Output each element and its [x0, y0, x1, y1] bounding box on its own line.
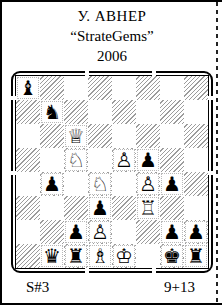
square-e8[interactable]	[112, 76, 136, 100]
piece-black-rook[interactable]: ♜	[187, 245, 205, 267]
square-a4[interactable]	[16, 172, 40, 196]
piece-black-pawn[interactable]: ♟	[187, 221, 205, 243]
page-cut-dashed-line	[216, 2, 218, 303]
piece-black-pawn[interactable]: ♟	[139, 149, 157, 171]
square-h3[interactable]	[184, 196, 208, 220]
problem-clipping: У. АВНЕР “StrateGems” 2006 ♝♞♕♘♙♟♟♘♙♟♟♖♟…	[0, 0, 222, 305]
square-c5[interactable]: ♘	[64, 148, 88, 172]
square-e1[interactable]: ♔	[112, 244, 136, 268]
square-h5[interactable]	[184, 148, 208, 172]
square-b4[interactable]: ♟	[40, 172, 64, 196]
square-b3[interactable]	[40, 196, 64, 220]
square-g3[interactable]	[160, 196, 184, 220]
piece-black-king[interactable]: ♚	[163, 245, 181, 267]
square-g2[interactable]: ♟	[160, 220, 184, 244]
square-b6[interactable]	[40, 124, 64, 148]
frame-notch	[208, 171, 213, 175]
stipulation: S#3	[26, 279, 49, 296]
square-h2[interactable]: ♟	[184, 220, 208, 244]
square-e3[interactable]	[112, 196, 136, 220]
square-e5[interactable]: ♙	[112, 148, 136, 172]
piece-white-pawn[interactable]: ♙	[91, 221, 109, 243]
piece-white-pawn[interactable]: ♙	[115, 149, 133, 171]
piece-black-pawn[interactable]: ♟	[67, 221, 85, 243]
square-c8[interactable]	[64, 76, 88, 100]
chess-board: ♝♞♕♘♙♟♟♘♙♟♟♖♟♙♟♟♛♜♗♔♚♜	[15, 75, 209, 269]
square-e7[interactable]	[112, 100, 136, 124]
square-b8[interactable]	[40, 76, 64, 100]
piece-black-pawn[interactable]: ♟	[163, 221, 181, 243]
chess-board-frame: ♝♞♕♘♙♟♟♘♙♟♟♖♟♙♟♟♛♜♗♔♚♜	[11, 71, 213, 273]
square-h6[interactable]	[184, 124, 208, 148]
piece-white-pawn[interactable]: ♙	[139, 173, 157, 195]
source-publication: “StrateGems”	[2, 26, 222, 46]
piece-white-king[interactable]: ♔	[115, 245, 133, 267]
square-g1[interactable]: ♚	[160, 244, 184, 268]
frame-notch	[152, 268, 156, 273]
square-d3[interactable]: ♟	[88, 196, 112, 220]
square-g6[interactable]	[160, 124, 184, 148]
square-b7[interactable]: ♞	[40, 100, 64, 124]
square-f7[interactable]	[136, 100, 160, 124]
piece-black-queen[interactable]: ♛	[43, 245, 61, 267]
piece-white-rook[interactable]: ♖	[139, 197, 157, 219]
piece-black-pawn[interactable]: ♟	[43, 173, 61, 195]
square-c4[interactable]	[64, 172, 88, 196]
square-c7[interactable]	[64, 100, 88, 124]
frame-notch	[11, 96, 16, 100]
square-e4[interactable]	[112, 172, 136, 196]
square-d5[interactable]	[88, 148, 112, 172]
square-h4[interactable]	[184, 172, 208, 196]
piece-black-knight[interactable]: ♞	[43, 101, 61, 123]
publication-year: 2006	[2, 46, 222, 66]
square-h7[interactable]	[184, 100, 208, 124]
square-e2[interactable]	[112, 220, 136, 244]
piece-black-bishop[interactable]: ♝	[19, 77, 37, 99]
square-g5[interactable]	[160, 148, 184, 172]
square-g4[interactable]: ♟	[160, 172, 184, 196]
square-a7[interactable]	[16, 100, 40, 124]
diagram-header: У. АВНЕР “StrateGems” 2006	[2, 2, 222, 66]
square-b1[interactable]: ♛	[40, 244, 64, 268]
square-c1[interactable]: ♜	[64, 244, 88, 268]
frame-notch	[85, 71, 89, 76]
piece-white-bishop[interactable]: ♗	[91, 245, 109, 267]
square-d7[interactable]	[88, 100, 112, 124]
square-f8[interactable]	[136, 76, 160, 100]
square-h8[interactable]	[184, 76, 208, 100]
piece-white-knight[interactable]: ♘	[91, 173, 109, 195]
square-c6[interactable]: ♕	[64, 124, 88, 148]
piece-black-rook[interactable]: ♜	[67, 245, 85, 267]
square-b5[interactable]	[40, 148, 64, 172]
square-h1[interactable]: ♜	[184, 244, 208, 268]
frame-notch	[152, 71, 156, 76]
square-a1[interactable]	[16, 244, 40, 268]
square-g7[interactable]	[160, 100, 184, 124]
square-f5[interactable]: ♟	[136, 148, 160, 172]
square-d6[interactable]	[88, 124, 112, 148]
piece-white-queen[interactable]: ♕	[67, 125, 85, 147]
square-c2[interactable]: ♟	[64, 220, 88, 244]
square-a8[interactable]: ♝	[16, 76, 40, 100]
square-d1[interactable]: ♗	[88, 244, 112, 268]
square-f1[interactable]	[136, 244, 160, 268]
piece-count: 9+13	[164, 279, 195, 296]
composer-name: У. АВНЕР	[2, 6, 222, 26]
frame-notch	[85, 268, 89, 273]
square-f4[interactable]: ♙	[136, 172, 160, 196]
square-e6[interactable]	[112, 124, 136, 148]
square-f2[interactable]	[136, 220, 160, 244]
square-f3[interactable]: ♖	[136, 196, 160, 220]
square-a2[interactable]	[16, 220, 40, 244]
square-f6[interactable]	[136, 124, 160, 148]
piece-white-knight[interactable]: ♘	[67, 149, 85, 171]
frame-notch	[208, 96, 213, 100]
square-a3[interactable]	[16, 196, 40, 220]
square-g8[interactable]	[160, 76, 184, 100]
piece-black-pawn[interactable]: ♟	[91, 197, 109, 219]
square-b2[interactable]	[40, 220, 64, 244]
diagram-footer: S#3 9+13	[2, 273, 222, 296]
square-a5[interactable]	[16, 148, 40, 172]
frame-notch	[11, 171, 16, 175]
square-d2[interactable]: ♙	[88, 220, 112, 244]
piece-black-pawn[interactable]: ♟	[163, 173, 181, 195]
square-d8[interactable]	[88, 76, 112, 100]
square-c3[interactable]	[64, 196, 88, 220]
square-a6[interactable]	[16, 124, 40, 148]
square-d4[interactable]: ♘	[88, 172, 112, 196]
